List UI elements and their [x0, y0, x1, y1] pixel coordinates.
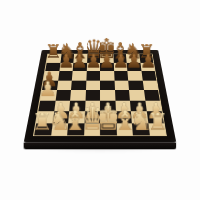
- square-b1: [51, 123, 69, 135]
- square-c3: [69, 100, 85, 111]
- square-a7: [45, 62, 60, 71]
- chess-set-photo: ♜♞♝♛♚♝♞♜♟♟♟♟♟♟♟♟♟♟♟♟♟♟♟♟♜♞♝♛♚♝♞♜: [0, 0, 200, 200]
- square-f6: [114, 71, 128, 80]
- square-e8: [100, 54, 113, 62]
- square-h4: [144, 90, 160, 100]
- square-g4: [129, 90, 145, 100]
- square-a8: [47, 54, 61, 62]
- square-d8: [87, 54, 100, 62]
- square-c5: [71, 80, 86, 90]
- square-e6: [100, 71, 114, 80]
- square-d5: [86, 80, 101, 90]
- square-e3: [100, 100, 115, 111]
- square-g6: [127, 71, 142, 80]
- square-f7: [113, 62, 127, 71]
- square-a3: [38, 100, 55, 111]
- square-a6: [44, 71, 59, 80]
- square-g5: [128, 80, 143, 90]
- square-h1: [148, 123, 166, 135]
- square-b7: [59, 62, 73, 71]
- square-b6: [58, 71, 73, 80]
- square-e4: [100, 90, 115, 100]
- square-e1: [100, 123, 116, 135]
- square-h6: [141, 71, 156, 80]
- square-e5: [100, 80, 115, 90]
- square-d3: [85, 100, 100, 111]
- square-g8: [126, 54, 140, 62]
- square-h3: [145, 100, 162, 111]
- square-f8: [113, 54, 127, 62]
- square-d7: [86, 62, 100, 71]
- square-c4: [70, 90, 85, 100]
- square-b8: [60, 54, 74, 62]
- square-a5: [42, 80, 58, 90]
- square-c1: [67, 123, 84, 135]
- chess-board: ♜♞♝♛♚♝♞♜♟♟♟♟♟♟♟♟♟♟♟♟♟♟♟♟♜♞♝♛♚♝♞♜: [24, 50, 177, 143]
- square-e2: [100, 111, 116, 123]
- square-h2: [146, 111, 163, 123]
- square-f5: [114, 80, 129, 90]
- square-g1: [132, 123, 150, 135]
- square-f3: [115, 100, 131, 111]
- square-g3: [130, 100, 146, 111]
- square-b3: [54, 100, 70, 111]
- board-front-edge: [24, 143, 177, 150]
- square-b4: [55, 90, 71, 100]
- square-c8: [73, 54, 87, 62]
- square-b5: [57, 80, 72, 90]
- square-d6: [86, 71, 100, 80]
- square-h8: [139, 54, 153, 62]
- square-h5: [142, 80, 158, 90]
- square-g7: [127, 62, 141, 71]
- square-a2: [36, 111, 53, 123]
- square-f1: [116, 123, 133, 135]
- square-f2: [115, 111, 131, 123]
- square-c6: [72, 71, 86, 80]
- square-h7: [140, 62, 155, 71]
- square-c2: [68, 111, 84, 123]
- square-a1: [34, 123, 52, 135]
- square-a4: [40, 90, 56, 100]
- square-c7: [73, 62, 87, 71]
- board-playing-field: [33, 54, 167, 137]
- square-g2: [131, 111, 148, 123]
- square-d1: [84, 123, 100, 135]
- square-b2: [52, 111, 69, 123]
- square-f4: [115, 90, 130, 100]
- square-d4: [85, 90, 100, 100]
- square-d2: [84, 111, 100, 123]
- square-e7: [100, 62, 114, 71]
